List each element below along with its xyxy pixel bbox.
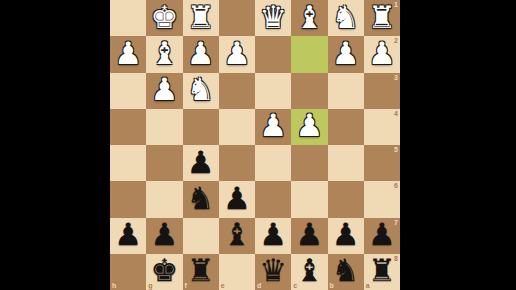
square-f8[interactable]: ♜f (183, 254, 219, 290)
square-b3[interactable] (328, 73, 364, 109)
square-g1[interactable]: ♚ (146, 0, 182, 36)
square-b5[interactable] (328, 145, 364, 181)
square-b7[interactable]: ♟ (328, 218, 364, 254)
square-b4[interactable] (328, 109, 364, 145)
white-pawn[interactable]: ♟ (295, 110, 323, 141)
square-a5[interactable]: 5 (364, 145, 400, 181)
white-knight[interactable]: ♞ (187, 74, 215, 105)
white-rook[interactable]: ♜ (368, 2, 396, 33)
white-bishop[interactable]: ♝ (295, 2, 323, 33)
square-d5[interactable] (255, 145, 291, 181)
rank-label-6: 6 (394, 182, 398, 189)
square-g7[interactable]: ♟ (146, 218, 182, 254)
file-label-c: c (293, 282, 297, 289)
square-f3[interactable]: ♞ (183, 73, 219, 109)
black-pawn[interactable]: ♟ (332, 219, 360, 250)
square-e3[interactable] (219, 73, 255, 109)
square-g5[interactable] (146, 145, 182, 181)
square-a8[interactable]: ♜8a (364, 254, 400, 290)
square-h6[interactable] (110, 181, 146, 217)
rank-label-4: 4 (394, 110, 398, 117)
square-e2[interactable]: ♟ (219, 36, 255, 72)
square-f5[interactable]: ♟ (183, 145, 219, 181)
square-c7[interactable]: ♟ (291, 218, 327, 254)
square-d7[interactable]: ♟ (255, 218, 291, 254)
square-b2[interactable]: ♟ (328, 36, 364, 72)
square-h4[interactable] (110, 109, 146, 145)
chess-board: ♚♜♛♝♞♜1♟♝♟♟♟♟2♟♞3♟♟4♟5♞♟6♟♟♝♟♟♟♟7h♚g♜fe♛… (110, 0, 400, 290)
file-label-h: h (112, 282, 116, 289)
square-e6[interactable]: ♟ (219, 181, 255, 217)
white-pawn[interactable]: ♟ (332, 38, 360, 69)
square-g3[interactable]: ♟ (146, 73, 182, 109)
black-bishop[interactable]: ♝ (295, 255, 323, 286)
square-a3[interactable]: 3 (364, 73, 400, 109)
white-pawn[interactable]: ♟ (259, 110, 287, 141)
square-f1[interactable]: ♜ (183, 0, 219, 36)
square-h2[interactable]: ♟ (110, 36, 146, 72)
black-king[interactable]: ♚ (150, 255, 178, 286)
white-pawn[interactable]: ♟ (114, 38, 142, 69)
black-knight[interactable]: ♞ (332, 255, 360, 286)
black-bishop[interactable]: ♝ (223, 219, 251, 250)
white-pawn[interactable]: ♟ (150, 74, 178, 105)
square-a2[interactable]: ♟2 (364, 36, 400, 72)
square-e8[interactable]: e (219, 254, 255, 290)
rank-label-1: 1 (394, 1, 398, 8)
letterbox-right (400, 0, 516, 290)
square-h1[interactable] (110, 0, 146, 36)
black-knight[interactable]: ♞ (187, 183, 215, 214)
square-f6[interactable]: ♞ (183, 181, 219, 217)
square-g8[interactable]: ♚g (146, 254, 182, 290)
square-c3[interactable] (291, 73, 327, 109)
square-c8[interactable]: ♝c (291, 254, 327, 290)
square-a6[interactable]: 6 (364, 181, 400, 217)
white-knight[interactable]: ♞ (332, 2, 360, 33)
black-pawn[interactable]: ♟ (114, 219, 142, 250)
file-label-g: g (148, 282, 152, 289)
square-a7[interactable]: ♟7 (364, 218, 400, 254)
square-a4[interactable]: 4 (364, 109, 400, 145)
file-label-b: b (330, 282, 334, 289)
letterbox-left (0, 0, 110, 290)
black-queen[interactable]: ♛ (259, 255, 287, 286)
square-d6[interactable] (255, 181, 291, 217)
rank-label-5: 5 (394, 146, 398, 153)
file-label-a: a (366, 282, 370, 289)
white-queen[interactable]: ♛ (259, 2, 287, 33)
square-c5[interactable] (291, 145, 327, 181)
file-label-f: f (185, 282, 187, 289)
square-e5[interactable] (219, 145, 255, 181)
square-b6[interactable] (328, 181, 364, 217)
square-b1[interactable]: ♞ (328, 0, 364, 36)
white-pawn[interactable]: ♟ (368, 38, 396, 69)
white-bishop[interactable]: ♝ (150, 38, 178, 69)
square-g2[interactable]: ♝ (146, 36, 182, 72)
square-h7[interactable]: ♟ (110, 218, 146, 254)
square-e7[interactable]: ♝ (219, 218, 255, 254)
black-pawn[interactable]: ♟ (187, 147, 215, 178)
square-c6[interactable] (291, 181, 327, 217)
square-c1[interactable]: ♝ (291, 0, 327, 36)
white-king[interactable]: ♚ (150, 2, 178, 33)
video-frame: ♚♜♛♝♞♜1♟♝♟♟♟♟2♟♞3♟♟4♟5♞♟6♟♟♝♟♟♟♟7h♚g♜fe♛… (0, 0, 516, 290)
square-f4[interactable] (183, 109, 219, 145)
rank-label-8: 8 (394, 255, 398, 262)
black-pawn[interactable]: ♟ (223, 183, 251, 214)
black-pawn[interactable]: ♟ (368, 219, 396, 250)
square-h5[interactable] (110, 145, 146, 181)
square-d8[interactable]: ♛d (255, 254, 291, 290)
square-f7[interactable] (183, 218, 219, 254)
square-h3[interactable] (110, 73, 146, 109)
square-f2[interactable]: ♟ (183, 36, 219, 72)
black-pawn[interactable]: ♟ (259, 219, 287, 250)
white-pawn[interactable]: ♟ (187, 38, 215, 69)
square-d1[interactable]: ♛ (255, 0, 291, 36)
square-g6[interactable] (146, 181, 182, 217)
square-g4[interactable] (146, 109, 182, 145)
rank-label-7: 7 (394, 219, 398, 226)
rank-label-3: 3 (394, 74, 398, 81)
square-d4[interactable]: ♟ (255, 109, 291, 145)
file-label-d: d (257, 282, 261, 289)
square-e4[interactable] (219, 109, 255, 145)
square-c2[interactable] (291, 36, 327, 72)
square-h8[interactable]: h (110, 254, 146, 290)
white-pawn[interactable]: ♟ (223, 38, 251, 69)
white-rook[interactable]: ♜ (187, 2, 215, 33)
square-d3[interactable] (255, 73, 291, 109)
square-d2[interactable] (255, 36, 291, 72)
file-label-e: e (221, 282, 225, 289)
black-rook[interactable]: ♜ (187, 255, 215, 286)
square-e1[interactable] (219, 0, 255, 36)
rank-label-2: 2 (394, 37, 398, 44)
black-pawn[interactable]: ♟ (295, 219, 323, 250)
black-pawn[interactable]: ♟ (150, 219, 178, 250)
square-c4[interactable]: ♟ (291, 109, 327, 145)
square-a1[interactable]: ♜1 (364, 0, 400, 36)
square-b8[interactable]: ♞b (328, 254, 364, 290)
black-rook[interactable]: ♜ (368, 255, 396, 286)
